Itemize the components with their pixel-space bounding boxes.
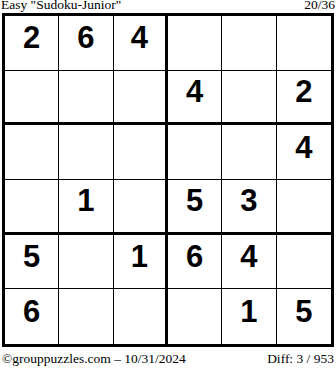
cell-r6c6: 5	[277, 289, 331, 344]
cell-r4c1[interactable]	[5, 180, 59, 235]
cell-r6c1: 6	[5, 289, 59, 344]
cell-r5c5: 4	[222, 235, 276, 290]
cell-r4c5: 3	[222, 180, 276, 235]
cell-r1c3: 4	[114, 16, 168, 71]
given-digit: 6	[77, 20, 94, 56]
cell-r1c6[interactable]	[277, 16, 331, 71]
given-digit: 4	[186, 74, 203, 110]
given-digit: 4	[131, 20, 148, 56]
given-digit: 2	[23, 20, 40, 56]
cell-r6c2[interactable]	[59, 289, 113, 344]
cell-r5c4: 6	[168, 235, 222, 290]
cell-r3c2[interactable]	[59, 125, 113, 180]
cell-r5c3: 1	[114, 235, 168, 290]
given-digit: 5	[186, 183, 203, 219]
given-digit: 5	[295, 294, 312, 330]
copyright-date: ©grouppuzzles.com – 10/31/2024	[2, 351, 186, 367]
cell-r2c6: 2	[277, 71, 331, 126]
given-digit: 3	[240, 183, 257, 219]
cell-r2c2[interactable]	[59, 71, 113, 126]
puzzle-page: Easy "Sudoku-Junior" 20/36 2644241535164…	[0, 0, 336, 370]
given-digit: 1	[131, 239, 148, 275]
clue-count: 20/36	[304, 0, 335, 12]
cell-r3c6: 4	[277, 125, 331, 180]
cell-r3c3[interactable]	[114, 125, 168, 180]
header: Easy "Sudoku-Junior" 20/36	[1, 0, 335, 12]
cell-r5c2[interactable]	[59, 235, 113, 290]
cell-r3c4[interactable]	[168, 125, 222, 180]
cell-r4c2: 1	[59, 180, 113, 235]
cell-r1c1: 2	[5, 16, 59, 71]
cell-r1c4[interactable]	[168, 16, 222, 71]
given-digit: 1	[240, 294, 257, 330]
cell-r5c6[interactable]	[277, 235, 331, 290]
board: 2644241535164615	[2, 13, 334, 347]
cell-r2c1[interactable]	[5, 71, 59, 126]
cell-r5c1: 5	[5, 235, 59, 290]
given-digit: 2	[295, 74, 312, 110]
given-digit: 1	[77, 183, 94, 219]
cell-r4c4: 5	[168, 180, 222, 235]
cell-r2c5[interactable]	[222, 71, 276, 126]
given-digit: 4	[240, 239, 257, 275]
cell-r2c3[interactable]	[114, 71, 168, 126]
cell-r3c1[interactable]	[5, 125, 59, 180]
cell-r2c4: 4	[168, 71, 222, 126]
cell-r1c2: 6	[59, 16, 113, 71]
cell-r1c5[interactable]	[222, 16, 276, 71]
given-digit: 6	[23, 294, 40, 330]
given-digit: 5	[23, 239, 40, 275]
cell-r4c3[interactable]	[114, 180, 168, 235]
puzzle-title: Easy "Sudoku-Junior"	[1, 0, 121, 12]
difficulty: Diff: 3 / 953	[267, 351, 334, 367]
cell-r6c5: 1	[222, 289, 276, 344]
cell-r6c3[interactable]	[114, 289, 168, 344]
cell-r6c4[interactable]	[168, 289, 222, 344]
given-digit: 4	[295, 130, 312, 166]
cell-r3c5[interactable]	[222, 125, 276, 180]
footer: ©grouppuzzles.com – 10/31/2024 Diff: 3 /…	[2, 351, 334, 367]
cell-r4c6[interactable]	[277, 180, 331, 235]
given-digit: 6	[186, 239, 203, 275]
